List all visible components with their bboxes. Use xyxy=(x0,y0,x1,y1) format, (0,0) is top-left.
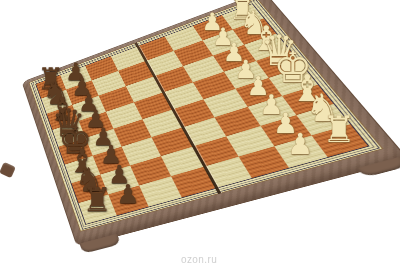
chess-board xyxy=(36,4,368,224)
product-photo: ♜♟♞♟♝♟♛♟♟♚♜♟♟♝♞♟♟♝♞♟♟♛♜♟♚♟♟♝♟♞♟♜ ozon.ru xyxy=(0,0,400,273)
watermark: ozon.ru xyxy=(181,254,217,265)
latch-clasp xyxy=(0,162,16,178)
board-grid xyxy=(36,4,368,224)
